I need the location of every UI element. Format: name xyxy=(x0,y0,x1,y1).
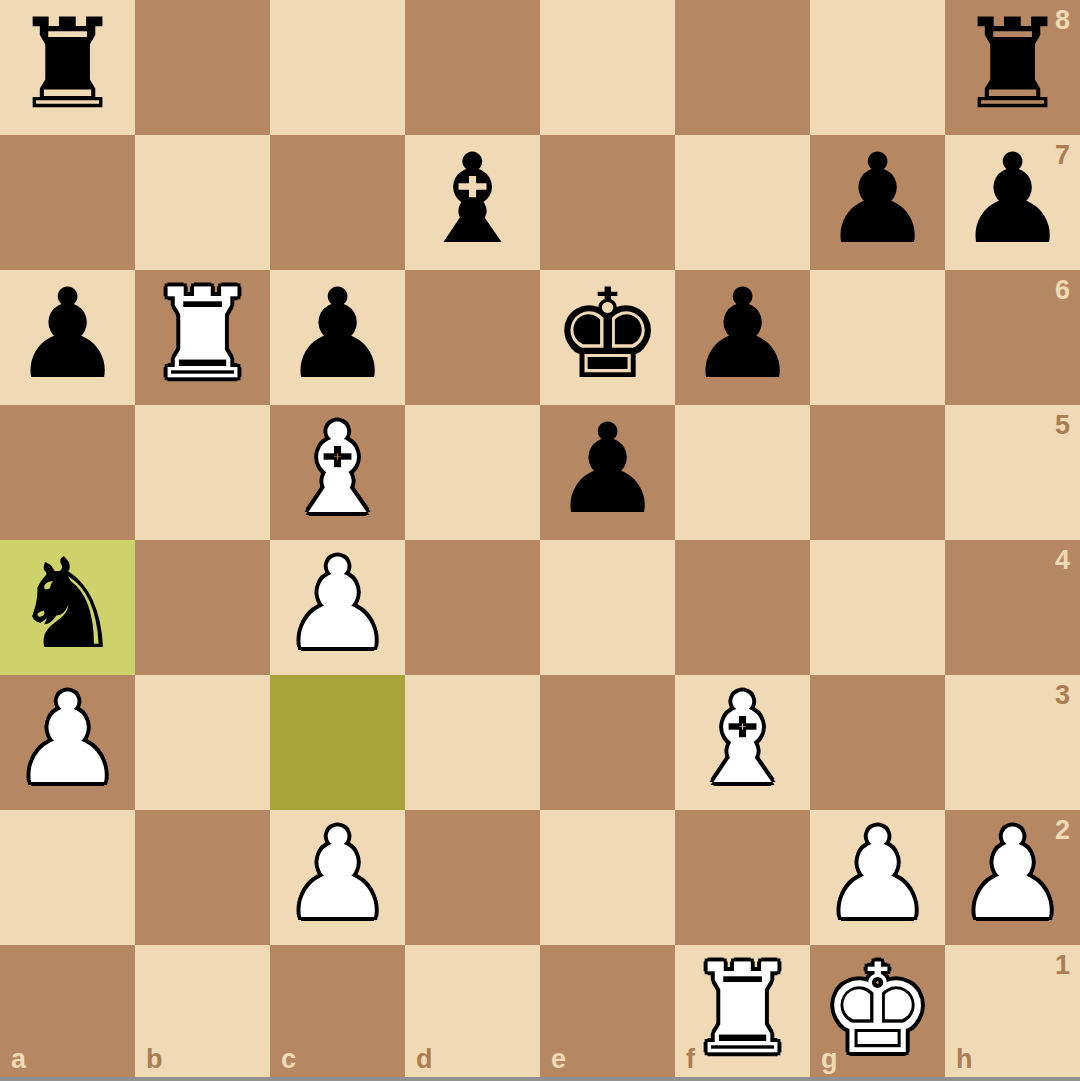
square-c1[interactable]: c xyxy=(270,945,405,1080)
chess-board: ♜♜8♝♟♟7♟♜♟♚♟6♝♟5♞♟4♟♝3♟♟♟2abcde♜f♚gh1 xyxy=(0,0,1080,1080)
piece-black-king[interactable]: ♚ xyxy=(552,267,663,402)
square-h7[interactable]: ♟7 xyxy=(945,135,1080,270)
coord-rank-2: 2 xyxy=(1055,817,1070,844)
square-e5[interactable]: ♟ xyxy=(540,405,675,540)
coord-rank-4: 4 xyxy=(1055,547,1070,574)
square-f3[interactable]: ♝ xyxy=(675,675,810,810)
piece-white-pawn[interactable]: ♟ xyxy=(12,672,123,807)
square-e1[interactable]: e xyxy=(540,945,675,1080)
square-g4[interactable] xyxy=(810,540,945,675)
square-h1[interactable]: h1 xyxy=(945,945,1080,1080)
square-b6[interactable]: ♜ xyxy=(135,270,270,405)
square-h2[interactable]: ♟2 xyxy=(945,810,1080,945)
square-g3[interactable] xyxy=(810,675,945,810)
square-d8[interactable] xyxy=(405,0,540,135)
square-a1[interactable]: a xyxy=(0,945,135,1080)
square-h8[interactable]: ♜8 xyxy=(945,0,1080,135)
square-f6[interactable]: ♟ xyxy=(675,270,810,405)
piece-black-pawn[interactable]: ♟ xyxy=(687,267,798,402)
coord-file-e: e xyxy=(551,1046,566,1073)
square-a8[interactable]: ♜ xyxy=(0,0,135,135)
piece-white-pawn[interactable]: ♟ xyxy=(282,537,393,672)
piece-black-bishop[interactable]: ♝ xyxy=(417,132,528,267)
square-f2[interactable] xyxy=(675,810,810,945)
coord-rank-3: 3 xyxy=(1055,682,1070,709)
piece-black-rook[interactable]: ♜ xyxy=(957,0,1068,132)
coord-file-d: d xyxy=(416,1046,433,1073)
square-g5[interactable] xyxy=(810,405,945,540)
square-b8[interactable] xyxy=(135,0,270,135)
chess-app: ♜♜8♝♟♟7♟♜♟♚♟6♝♟5♞♟4♟♝3♟♟♟2abcde♜f♚gh1 xyxy=(0,0,1080,1081)
square-c4[interactable]: ♟ xyxy=(270,540,405,675)
coord-file-h: h xyxy=(956,1046,973,1073)
piece-white-bishop[interactable]: ♝ xyxy=(282,402,393,537)
piece-black-knight[interactable]: ♞ xyxy=(12,537,123,672)
square-a4[interactable]: ♞ xyxy=(0,540,135,675)
piece-white-pawn[interactable]: ♟ xyxy=(822,807,933,942)
square-c6[interactable]: ♟ xyxy=(270,270,405,405)
square-c8[interactable] xyxy=(270,0,405,135)
coord-file-c: c xyxy=(281,1046,296,1073)
square-b7[interactable] xyxy=(135,135,270,270)
square-d1[interactable]: d xyxy=(405,945,540,1080)
square-a6[interactable]: ♟ xyxy=(0,270,135,405)
square-e3[interactable] xyxy=(540,675,675,810)
piece-black-pawn[interactable]: ♟ xyxy=(822,132,933,267)
piece-white-rook[interactable]: ♜ xyxy=(687,942,798,1077)
square-b4[interactable] xyxy=(135,540,270,675)
square-e4[interactable] xyxy=(540,540,675,675)
square-h6[interactable]: 6 xyxy=(945,270,1080,405)
square-f8[interactable] xyxy=(675,0,810,135)
square-g2[interactable]: ♟ xyxy=(810,810,945,945)
square-c3[interactable] xyxy=(270,675,405,810)
coord-rank-8: 8 xyxy=(1055,7,1070,34)
piece-black-pawn[interactable]: ♟ xyxy=(957,132,1068,267)
coord-file-f: f xyxy=(686,1046,695,1073)
square-a3[interactable]: ♟ xyxy=(0,675,135,810)
piece-black-pawn[interactable]: ♟ xyxy=(12,267,123,402)
square-e8[interactable] xyxy=(540,0,675,135)
coord-rank-5: 5 xyxy=(1055,412,1070,439)
square-d2[interactable] xyxy=(405,810,540,945)
square-h5[interactable]: 5 xyxy=(945,405,1080,540)
square-e7[interactable] xyxy=(540,135,675,270)
coord-file-g: g xyxy=(821,1046,838,1073)
coord-rank-6: 6 xyxy=(1055,277,1070,304)
coord-file-a: a xyxy=(11,1046,26,1073)
square-a5[interactable] xyxy=(0,405,135,540)
square-a2[interactable] xyxy=(0,810,135,945)
piece-white-bishop[interactable]: ♝ xyxy=(687,672,798,807)
coord-file-b: b xyxy=(146,1046,163,1073)
square-e2[interactable] xyxy=(540,810,675,945)
piece-white-rook[interactable]: ♜ xyxy=(147,267,258,402)
piece-black-pawn[interactable]: ♟ xyxy=(552,402,663,537)
square-f7[interactable] xyxy=(675,135,810,270)
window-bottom-edge xyxy=(0,1077,1080,1081)
square-f4[interactable] xyxy=(675,540,810,675)
piece-white-pawn[interactable]: ♟ xyxy=(282,807,393,942)
square-a7[interactable] xyxy=(0,135,135,270)
piece-white-pawn[interactable]: ♟ xyxy=(957,807,1068,942)
square-g6[interactable] xyxy=(810,270,945,405)
square-g8[interactable] xyxy=(810,0,945,135)
square-b2[interactable] xyxy=(135,810,270,945)
square-b1[interactable]: b xyxy=(135,945,270,1080)
square-d5[interactable] xyxy=(405,405,540,540)
square-f1[interactable]: ♜f xyxy=(675,945,810,1080)
square-d6[interactable] xyxy=(405,270,540,405)
square-e6[interactable]: ♚ xyxy=(540,270,675,405)
square-d4[interactable] xyxy=(405,540,540,675)
coord-rank-1: 1 xyxy=(1055,952,1070,979)
square-c2[interactable]: ♟ xyxy=(270,810,405,945)
square-g1[interactable]: ♚g xyxy=(810,945,945,1080)
square-b5[interactable] xyxy=(135,405,270,540)
coord-rank-7: 7 xyxy=(1055,142,1070,169)
square-b3[interactable] xyxy=(135,675,270,810)
square-h4[interactable]: 4 xyxy=(945,540,1080,675)
piece-black-pawn[interactable]: ♟ xyxy=(282,267,393,402)
piece-white-king[interactable]: ♚ xyxy=(822,942,933,1077)
piece-black-rook[interactable]: ♜ xyxy=(12,0,123,132)
square-c5[interactable]: ♝ xyxy=(270,405,405,540)
square-h3[interactable]: 3 xyxy=(945,675,1080,810)
square-f5[interactable] xyxy=(675,405,810,540)
square-g7[interactable]: ♟ xyxy=(810,135,945,270)
square-d7[interactable]: ♝ xyxy=(405,135,540,270)
square-c7[interactable] xyxy=(270,135,405,270)
square-d3[interactable] xyxy=(405,675,540,810)
